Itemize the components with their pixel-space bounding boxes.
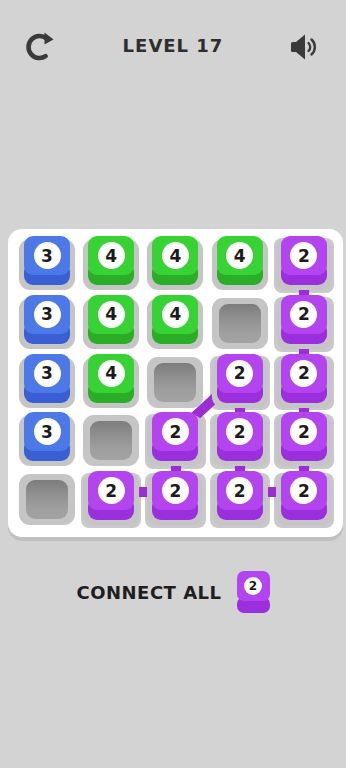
goal-label: CONNECT ALL xyxy=(76,582,221,603)
empty-hole xyxy=(26,480,68,519)
tile-purple-2[interactable]: 2 xyxy=(217,412,263,461)
tile-purple-2[interactable]: 2 xyxy=(152,471,198,520)
goal-bar: CONNECT ALL 2 xyxy=(0,570,346,614)
cell-r1c4[interactable]: 4 xyxy=(208,236,272,295)
tile-purple-2[interactable]: 2 xyxy=(88,471,134,520)
speaker-icon xyxy=(287,30,321,64)
goal-tile-purple-2: 2 xyxy=(237,571,270,613)
tile-blue-3[interactable]: 3 xyxy=(24,236,70,285)
goal-tile-number: 2 xyxy=(244,577,262,595)
tile-green-4[interactable]: 4 xyxy=(88,295,134,344)
cell-r4c5[interactable]: 2 xyxy=(272,412,336,471)
tile-purple-2[interactable]: 2 xyxy=(152,412,198,461)
cell-r2c5[interactable]: 2 xyxy=(272,295,336,354)
tile-blue-3[interactable]: 3 xyxy=(24,295,70,344)
cell-r3c1[interactable]: 3 xyxy=(15,354,79,413)
board-cells: 344423442342232222222 xyxy=(15,236,336,530)
cell-r3c3[interactable] xyxy=(143,354,207,413)
cell-r2c2[interactable]: 4 xyxy=(79,295,143,354)
tile-green-4[interactable]: 4 xyxy=(88,236,134,285)
tile-number: 4 xyxy=(162,301,189,328)
tile-number: 3 xyxy=(34,360,61,387)
tile-socket xyxy=(212,298,268,349)
cell-r3c4[interactable]: 2 xyxy=(208,354,272,413)
cell-r5c4[interactable]: 2 xyxy=(208,471,272,530)
cell-r5c1[interactable] xyxy=(15,471,79,530)
sound-button[interactable] xyxy=(287,30,321,64)
tile-purple-2[interactable]: 2 xyxy=(281,471,327,520)
cell-r2c1[interactable]: 3 xyxy=(15,295,79,354)
cell-r5c3[interactable]: 2 xyxy=(143,471,207,530)
cell-r3c5[interactable]: 2 xyxy=(272,354,336,413)
tile-number: 3 xyxy=(34,242,61,269)
tile-number: 2 xyxy=(226,360,253,387)
tile-purple-2[interactable]: 2 xyxy=(281,354,327,403)
cell-r5c5[interactable]: 2 xyxy=(272,471,336,530)
tile-socket xyxy=(83,415,139,466)
tile-green-4[interactable]: 4 xyxy=(217,236,263,285)
empty-hole xyxy=(90,421,132,460)
tile-number: 4 xyxy=(226,242,253,269)
tile-number: 4 xyxy=(162,242,189,269)
tile-green-4[interactable]: 4 xyxy=(152,236,198,285)
tile-blue-3[interactable]: 3 xyxy=(24,412,70,461)
cell-r1c3[interactable]: 4 xyxy=(143,236,207,295)
tile-purple-2[interactable]: 2 xyxy=(217,471,263,520)
tile-number: 3 xyxy=(34,418,61,445)
game-board: 344423442342232222222 xyxy=(8,229,343,537)
cell-r2c4[interactable] xyxy=(208,295,272,354)
tile-number: 2 xyxy=(290,301,317,328)
cell-r4c1[interactable]: 3 xyxy=(15,412,79,471)
cell-r2c3[interactable]: 4 xyxy=(143,295,207,354)
tile-blue-3[interactable]: 3 xyxy=(24,354,70,403)
tile-green-4[interactable]: 4 xyxy=(88,354,134,403)
cell-r3c2[interactable]: 4 xyxy=(79,354,143,413)
tile-number: 4 xyxy=(98,242,125,269)
cell-r1c1[interactable]: 3 xyxy=(15,236,79,295)
tile-purple-2[interactable]: 2 xyxy=(281,236,327,285)
tile-number: 4 xyxy=(98,360,125,387)
header: LEVEL 17 xyxy=(0,28,346,66)
tile-number: 2 xyxy=(290,360,317,387)
tile-socket xyxy=(19,474,75,525)
tile-number: 2 xyxy=(98,477,125,504)
tile-socket xyxy=(147,357,203,408)
tile-number: 2 xyxy=(162,477,189,504)
empty-hole xyxy=(219,304,261,343)
tile-purple-2[interactable]: 2 xyxy=(281,295,327,344)
tile-number: 3 xyxy=(34,301,61,328)
tile-number: 4 xyxy=(98,301,125,328)
cell-r1c2[interactable]: 4 xyxy=(79,236,143,295)
empty-hole xyxy=(154,363,196,402)
cell-r1c5[interactable]: 2 xyxy=(272,236,336,295)
tile-green-4[interactable]: 4 xyxy=(152,295,198,344)
tile-purple-2[interactable]: 2 xyxy=(281,412,327,461)
cell-r4c4[interactable]: 2 xyxy=(208,412,272,471)
cell-r4c3[interactable]: 2 xyxy=(143,412,207,471)
tile-purple-2[interactable]: 2 xyxy=(217,354,263,403)
cell-r5c2[interactable]: 2 xyxy=(79,471,143,530)
cell-r4c2[interactable] xyxy=(79,412,143,471)
